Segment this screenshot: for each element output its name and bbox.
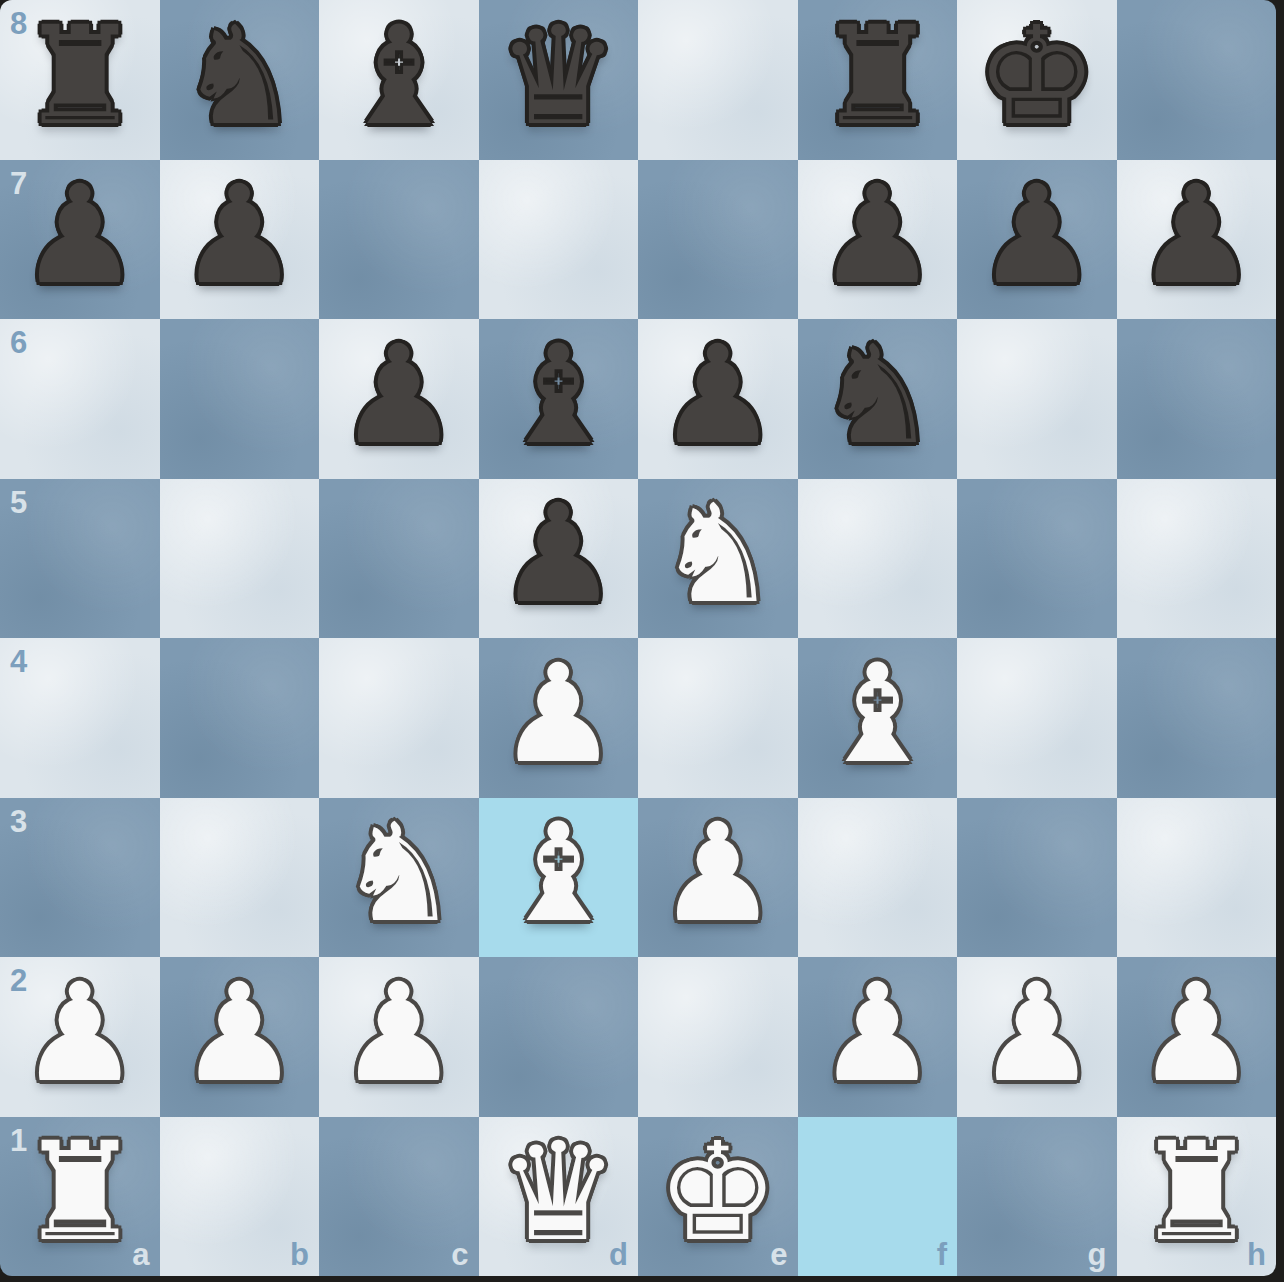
black-knight[interactable]: ♞ xyxy=(816,327,938,471)
white-king[interactable]: ♚ xyxy=(657,1124,779,1268)
file-label-f: f xyxy=(937,1239,947,1270)
rank-label-6: 6 xyxy=(10,327,27,358)
black-pawn[interactable]: ♟ xyxy=(497,486,619,630)
square-e7[interactable] xyxy=(638,160,798,320)
square-b3[interactable] xyxy=(160,798,320,958)
rank-label-5: 5 xyxy=(10,487,27,518)
square-b4[interactable] xyxy=(160,638,320,798)
black-rook[interactable]: ♜ xyxy=(816,8,938,152)
black-rook[interactable]: ♜ xyxy=(19,8,141,152)
square-g2[interactable]: ♟ xyxy=(957,957,1117,1117)
square-g1[interactable]: g xyxy=(957,1117,1117,1277)
white-pawn[interactable]: ♟ xyxy=(976,965,1098,1109)
square-h5[interactable] xyxy=(1117,479,1277,639)
square-c5[interactable] xyxy=(319,479,479,639)
white-bishop[interactable]: ♝ xyxy=(816,646,938,790)
square-h1[interactable]: h♜ xyxy=(1117,1117,1277,1277)
square-b8[interactable]: ♞ xyxy=(160,0,320,160)
square-c3[interactable]: ♞ xyxy=(319,798,479,958)
square-g4[interactable] xyxy=(957,638,1117,798)
square-c1[interactable]: c xyxy=(319,1117,479,1277)
white-pawn[interactable]: ♟ xyxy=(497,646,619,790)
black-knight[interactable]: ♞ xyxy=(178,8,300,152)
white-pawn[interactable]: ♟ xyxy=(19,965,141,1109)
square-a6[interactable]: 6 xyxy=(0,319,160,479)
square-e4[interactable] xyxy=(638,638,798,798)
square-c8[interactable]: ♝ xyxy=(319,0,479,160)
square-c6[interactable]: ♟ xyxy=(319,319,479,479)
white-queen[interactable]: ♛ xyxy=(497,1124,619,1268)
square-a7[interactable]: 7♟ xyxy=(0,160,160,320)
square-g5[interactable] xyxy=(957,479,1117,639)
square-h2[interactable]: ♟ xyxy=(1117,957,1277,1117)
square-d5[interactable]: ♟ xyxy=(479,479,639,639)
rank-label-4: 4 xyxy=(10,646,27,677)
square-a1[interactable]: 1a♜ xyxy=(0,1117,160,1277)
square-a3[interactable]: 3 xyxy=(0,798,160,958)
black-pawn[interactable]: ♟ xyxy=(178,167,300,311)
file-label-b: b xyxy=(290,1239,309,1270)
square-b5[interactable] xyxy=(160,479,320,639)
square-f8[interactable]: ♜ xyxy=(798,0,958,160)
square-a8[interactable]: 8♜ xyxy=(0,0,160,160)
black-king[interactable]: ♚ xyxy=(976,8,1098,152)
black-bishop[interactable]: ♝ xyxy=(338,8,460,152)
square-f3[interactable] xyxy=(798,798,958,958)
white-bishop[interactable]: ♝ xyxy=(497,805,619,949)
chess-board: 8♜♞♝♛♜♚7♟♟♟♟♟6♟♝♟♞5♟♞4♟♝3♞♝♟2♟♟♟♟♟♟1a♜bc… xyxy=(0,0,1276,1276)
square-h4[interactable] xyxy=(1117,638,1277,798)
white-pawn[interactable]: ♟ xyxy=(816,965,938,1109)
square-f7[interactable]: ♟ xyxy=(798,160,958,320)
white-pawn[interactable]: ♟ xyxy=(178,965,300,1109)
white-knight[interactable]: ♞ xyxy=(338,805,460,949)
white-pawn[interactable]: ♟ xyxy=(338,965,460,1109)
square-a5[interactable]: 5 xyxy=(0,479,160,639)
square-d8[interactable]: ♛ xyxy=(479,0,639,160)
square-g7[interactable]: ♟ xyxy=(957,160,1117,320)
black-pawn[interactable]: ♟ xyxy=(816,167,938,311)
square-d4[interactable]: ♟ xyxy=(479,638,639,798)
square-c2[interactable]: ♟ xyxy=(319,957,479,1117)
white-rook[interactable]: ♜ xyxy=(19,1124,141,1268)
square-f2[interactable]: ♟ xyxy=(798,957,958,1117)
square-e8[interactable] xyxy=(638,0,798,160)
square-h8[interactable] xyxy=(1117,0,1277,160)
square-a4[interactable]: 4 xyxy=(0,638,160,798)
square-h6[interactable] xyxy=(1117,319,1277,479)
square-f5[interactable] xyxy=(798,479,958,639)
square-b1[interactable]: b xyxy=(160,1117,320,1277)
black-pawn[interactable]: ♟ xyxy=(1135,167,1257,311)
white-pawn[interactable]: ♟ xyxy=(1135,965,1257,1109)
square-c4[interactable] xyxy=(319,638,479,798)
white-knight[interactable]: ♞ xyxy=(657,486,779,630)
square-f4[interactable]: ♝ xyxy=(798,638,958,798)
white-rook[interactable]: ♜ xyxy=(1135,1124,1257,1268)
file-label-c: c xyxy=(451,1239,468,1270)
square-g8[interactable]: ♚ xyxy=(957,0,1117,160)
square-d6[interactable]: ♝ xyxy=(479,319,639,479)
square-d3[interactable]: ♝ xyxy=(479,798,639,958)
square-c7[interactable] xyxy=(319,160,479,320)
square-b2[interactable]: ♟ xyxy=(160,957,320,1117)
white-pawn[interactable]: ♟ xyxy=(657,805,779,949)
square-h3[interactable] xyxy=(1117,798,1277,958)
square-d1[interactable]: d♛ xyxy=(479,1117,639,1277)
square-h7[interactable]: ♟ xyxy=(1117,160,1277,320)
file-label-g: g xyxy=(1088,1239,1107,1270)
black-pawn[interactable]: ♟ xyxy=(976,167,1098,311)
black-pawn[interactable]: ♟ xyxy=(657,327,779,471)
rank-label-3: 3 xyxy=(10,806,27,837)
square-f1[interactable]: f xyxy=(798,1117,958,1277)
square-e1[interactable]: e♚ xyxy=(638,1117,798,1277)
black-pawn[interactable]: ♟ xyxy=(338,327,460,471)
black-pawn[interactable]: ♟ xyxy=(19,167,141,311)
square-e6[interactable]: ♟ xyxy=(638,319,798,479)
square-b7[interactable]: ♟ xyxy=(160,160,320,320)
square-g6[interactable] xyxy=(957,319,1117,479)
square-d2[interactable] xyxy=(479,957,639,1117)
square-e5[interactable]: ♞ xyxy=(638,479,798,639)
square-e3[interactable]: ♟ xyxy=(638,798,798,958)
black-bishop[interactable]: ♝ xyxy=(497,327,619,471)
square-a2[interactable]: 2♟ xyxy=(0,957,160,1117)
square-d7[interactable] xyxy=(479,160,639,320)
square-f6[interactable]: ♞ xyxy=(798,319,958,479)
black-queen[interactable]: ♛ xyxy=(497,8,619,152)
square-g3[interactable] xyxy=(957,798,1117,958)
square-e2[interactable] xyxy=(638,957,798,1117)
square-b6[interactable] xyxy=(160,319,320,479)
